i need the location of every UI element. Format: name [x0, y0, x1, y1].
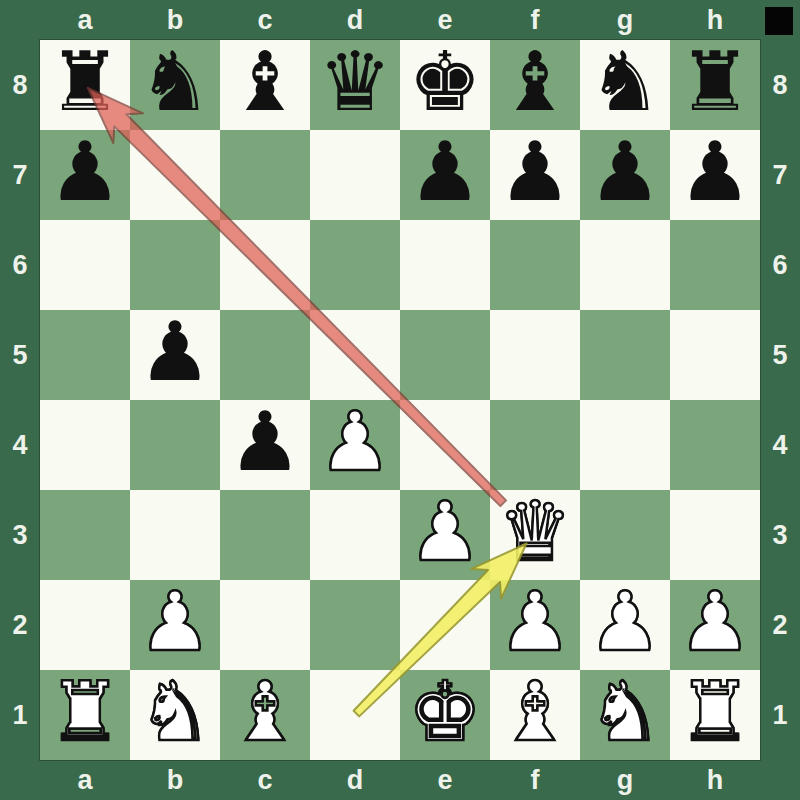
square-c8[interactable]: ♝: [220, 40, 310, 130]
rank-label-right-1: 1: [760, 670, 800, 760]
square-e4[interactable]: [400, 400, 490, 490]
square-d3[interactable]: [310, 490, 400, 580]
square-g3[interactable]: [580, 490, 670, 580]
square-e8[interactable]: ♚: [400, 40, 490, 130]
white-pawn[interactable]: ♟: [498, 577, 572, 667]
white-rook[interactable]: ♜: [678, 667, 752, 757]
file-label-top-e: e: [400, 0, 490, 40]
black-bishop[interactable]: ♝: [228, 37, 302, 127]
rank-label-left-5: 5: [0, 310, 40, 400]
square-d6[interactable]: [310, 220, 400, 310]
square-e1[interactable]: ♚: [400, 670, 490, 760]
file-label-bottom-f: f: [490, 760, 580, 800]
square-f5[interactable]: [490, 310, 580, 400]
square-e5[interactable]: [400, 310, 490, 400]
square-a7[interactable]: ♟: [40, 130, 130, 220]
rank-label-left-7: 7: [0, 130, 40, 220]
square-c1[interactable]: ♝: [220, 670, 310, 760]
white-bishop[interactable]: ♝: [228, 667, 302, 757]
square-d8[interactable]: ♛: [310, 40, 400, 130]
square-g6[interactable]: [580, 220, 670, 310]
square-h6[interactable]: [670, 220, 760, 310]
square-c6[interactable]: [220, 220, 310, 310]
file-label-top-f: f: [490, 0, 580, 40]
square-h4[interactable]: [670, 400, 760, 490]
file-label-top-h: h: [670, 0, 760, 40]
square-f3[interactable]: ♛: [490, 490, 580, 580]
square-b3[interactable]: [130, 490, 220, 580]
square-c3[interactable]: [220, 490, 310, 580]
square-c4[interactable]: ♟: [220, 400, 310, 490]
rank-label-right-2: 2: [760, 580, 800, 670]
square-h1[interactable]: ♜: [670, 670, 760, 760]
square-b2[interactable]: ♟: [130, 580, 220, 670]
black-queen[interactable]: ♛: [318, 37, 392, 127]
square-c2[interactable]: [220, 580, 310, 670]
rank-label-left-4: 4: [0, 400, 40, 490]
black-pawn[interactable]: ♟: [408, 127, 482, 217]
rank-label-left-2: 2: [0, 580, 40, 670]
square-h7[interactable]: ♟: [670, 130, 760, 220]
square-b8[interactable]: ♞: [130, 40, 220, 130]
square-g2[interactable]: ♟: [580, 580, 670, 670]
file-label-bottom-e: e: [400, 760, 490, 800]
square-e2[interactable]: [400, 580, 490, 670]
square-g7[interactable]: ♟: [580, 130, 670, 220]
square-b1[interactable]: ♞: [130, 670, 220, 760]
file-label-bottom-d: d: [310, 760, 400, 800]
chess-board: ♜♞♝♛♚♝♞♜♟♟♟♟♟♟♟♟♟♛♟♟♟♟♜♞♝♚♝♞♜: [40, 40, 760, 760]
black-pawn[interactable]: ♟: [678, 127, 752, 217]
black-pawn[interactable]: ♟: [588, 127, 662, 217]
white-pawn[interactable]: ♟: [138, 577, 212, 667]
square-b6[interactable]: [130, 220, 220, 310]
rank-label-right-3: 3: [760, 490, 800, 580]
black-pawn[interactable]: ♟: [228, 397, 302, 487]
white-knight[interactable]: ♞: [138, 667, 212, 757]
file-label-bottom-c: c: [220, 760, 310, 800]
white-pawn[interactable]: ♟: [678, 577, 752, 667]
square-e7[interactable]: ♟: [400, 130, 490, 220]
square-d5[interactable]: [310, 310, 400, 400]
white-queen[interactable]: ♛: [498, 487, 572, 577]
square-f7[interactable]: ♟: [490, 130, 580, 220]
rank-label-right-7: 7: [760, 130, 800, 220]
black-rook[interactable]: ♜: [678, 37, 752, 127]
black-knight[interactable]: ♞: [138, 37, 212, 127]
black-king[interactable]: ♚: [408, 37, 482, 127]
square-a2[interactable]: [40, 580, 130, 670]
square-c7[interactable]: [220, 130, 310, 220]
file-label-bottom-a: a: [40, 760, 130, 800]
white-rook[interactable]: ♜: [48, 667, 122, 757]
square-a8[interactable]: ♜: [40, 40, 130, 130]
square-h3[interactable]: [670, 490, 760, 580]
black-knight[interactable]: ♞: [588, 37, 662, 127]
rank-label-left-3: 3: [0, 490, 40, 580]
square-h2[interactable]: ♟: [670, 580, 760, 670]
rank-label-left-8: 8: [0, 40, 40, 130]
black-rook[interactable]: ♜: [48, 37, 122, 127]
square-h8[interactable]: ♜: [670, 40, 760, 130]
square-f6[interactable]: [490, 220, 580, 310]
rank-label-right-4: 4: [760, 400, 800, 490]
square-b5[interactable]: ♟: [130, 310, 220, 400]
square-b4[interactable]: [130, 400, 220, 490]
file-label-bottom-h: h: [670, 760, 760, 800]
black-pawn[interactable]: ♟: [48, 127, 122, 217]
white-knight[interactable]: ♞: [588, 667, 662, 757]
file-label-top-a: a: [40, 0, 130, 40]
black-pawn[interactable]: ♟: [498, 127, 572, 217]
chess-diagram-page: ♜♞♝♛♚♝♞♜♟♟♟♟♟♟♟♟♟♛♟♟♟♟♜♞♝♚♝♞♜ aabbccddee…: [0, 0, 800, 800]
square-f1[interactable]: ♝: [490, 670, 580, 760]
square-d7[interactable]: [310, 130, 400, 220]
file-label-top-b: b: [130, 0, 220, 40]
square-a1[interactable]: ♜: [40, 670, 130, 760]
square-g1[interactable]: ♞: [580, 670, 670, 760]
square-a4[interactable]: [40, 400, 130, 490]
white-king[interactable]: ♚: [408, 667, 482, 757]
square-e6[interactable]: [400, 220, 490, 310]
rank-label-left-6: 6: [0, 220, 40, 310]
white-pawn[interactable]: ♟: [318, 397, 392, 487]
square-g5[interactable]: [580, 310, 670, 400]
square-d4[interactable]: ♟: [310, 400, 400, 490]
file-label-bottom-g: g: [580, 760, 670, 800]
file-label-top-g: g: [580, 0, 670, 40]
black-bishop[interactable]: ♝: [498, 37, 572, 127]
file-label-bottom-b: b: [130, 760, 220, 800]
file-label-top-c: c: [220, 0, 310, 40]
rank-label-right-5: 5: [760, 310, 800, 400]
square-f2[interactable]: ♟: [490, 580, 580, 670]
square-a3[interactable]: [40, 490, 130, 580]
square-a5[interactable]: [40, 310, 130, 400]
square-c5[interactable]: [220, 310, 310, 400]
rank-label-left-1: 1: [0, 670, 40, 760]
square-f8[interactable]: ♝: [490, 40, 580, 130]
rank-label-right-6: 6: [760, 220, 800, 310]
square-d2[interactable]: [310, 580, 400, 670]
square-b7[interactable]: [130, 130, 220, 220]
white-bishop[interactable]: ♝: [498, 667, 572, 757]
white-pawn[interactable]: ♟: [408, 487, 482, 577]
square-a6[interactable]: [40, 220, 130, 310]
square-d1[interactable]: [310, 670, 400, 760]
rank-label-right-8: 8: [760, 40, 800, 130]
square-e3[interactable]: ♟: [400, 490, 490, 580]
square-g4[interactable]: [580, 400, 670, 490]
square-g8[interactable]: ♞: [580, 40, 670, 130]
black-square-icon: [765, 7, 793, 35]
square-f4[interactable]: [490, 400, 580, 490]
white-pawn[interactable]: ♟: [588, 577, 662, 667]
black-pawn[interactable]: ♟: [138, 307, 212, 397]
square-h5[interactable]: [670, 310, 760, 400]
file-label-top-d: d: [310, 0, 400, 40]
